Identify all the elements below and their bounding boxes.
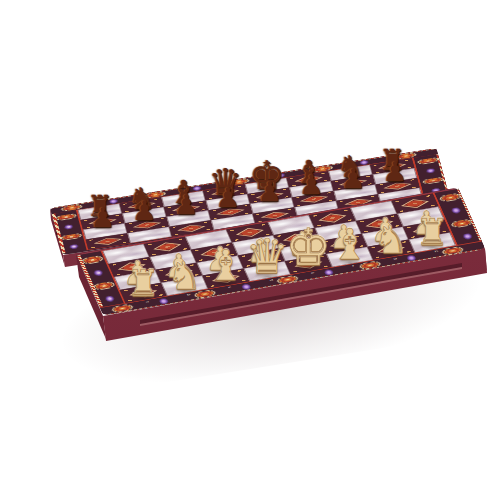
black-pawn[interactable]: ♟ <box>258 178 282 205</box>
chess-set-photo: 8765 4321abcdefgh ♜♞♝♛♚♝♞♜♟♟♟♟♟♟♟♟♟♟♟♟♟♟… <box>0 0 500 500</box>
white-knight[interactable]: ♞ <box>167 256 202 295</box>
black-pawn[interactable]: ♟ <box>341 165 365 192</box>
black-pawn[interactable]: ♟ <box>383 158 407 185</box>
white-rook[interactable]: ♜ <box>127 265 160 302</box>
gul-motif <box>177 225 205 232</box>
gul-motif <box>94 238 122 245</box>
white-bishop[interactable]: ♝ <box>331 224 369 266</box>
black-pawn[interactable]: ♟ <box>174 191 198 218</box>
black-pawn[interactable]: ♟ <box>90 204 114 231</box>
black-pawn[interactable]: ♟ <box>132 197 156 224</box>
white-bishop[interactable]: ♝ <box>207 245 245 287</box>
black-pawn[interactable]: ♟ <box>216 184 240 211</box>
black-pawn[interactable]: ♟ <box>299 171 323 198</box>
white-knight[interactable]: ♞ <box>374 220 409 259</box>
white-queen[interactable]: ♛ <box>246 232 289 280</box>
white-rook[interactable]: ♜ <box>416 214 449 251</box>
white-king[interactable]: ♚ <box>286 222 332 273</box>
